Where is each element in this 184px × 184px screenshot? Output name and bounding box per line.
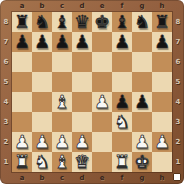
square-c2[interactable]: ♟: [52, 132, 72, 152]
rank-label-right-5: 5: [172, 72, 184, 92]
square-f3[interactable]: ♞: [112, 112, 132, 132]
square-h8[interactable]: ♜: [152, 12, 172, 32]
square-a7[interactable]: ♟: [12, 32, 32, 52]
square-f4[interactable]: ♟: [112, 92, 132, 112]
piece-black-pawn-a7[interactable]: ♟: [14, 32, 30, 52]
square-f8[interactable]: ♝: [112, 12, 132, 32]
rank-label-left-7: 7: [0, 32, 12, 52]
square-b4[interactable]: [32, 92, 52, 112]
square-a8[interactable]: ♜: [12, 12, 32, 32]
square-f1[interactable]: ♜: [112, 152, 132, 172]
rank-label-right-1: 1: [172, 152, 184, 172]
square-b7[interactable]: ♟: [32, 32, 52, 52]
piece-black-pawn-g4[interactable]: ♟: [134, 92, 150, 112]
square-b8[interactable]: ♞: [32, 12, 52, 32]
piece-white-pawn-g2[interactable]: ♟: [134, 132, 150, 152]
square-e4[interactable]: ♟: [92, 92, 112, 112]
piece-white-pawn-c2[interactable]: ♟: [54, 132, 70, 152]
piece-black-rook-h8[interactable]: ♜: [154, 12, 170, 32]
square-e3[interactable]: [92, 112, 112, 132]
piece-white-bishop-c4[interactable]: ♝: [54, 92, 70, 112]
rank-label-right-6: 6: [172, 52, 184, 72]
square-e5[interactable]: [92, 72, 112, 92]
square-h3[interactable]: [152, 112, 172, 132]
square-c3[interactable]: [52, 112, 72, 132]
square-e1[interactable]: [92, 152, 112, 172]
square-h4[interactable]: [152, 92, 172, 112]
square-a5[interactable]: [12, 72, 32, 92]
piece-white-pawn-h2[interactable]: ♟: [154, 132, 170, 152]
piece-black-bishop-c8[interactable]: ♝: [54, 12, 70, 32]
file-label-bottom-d: d: [72, 172, 92, 184]
piece-white-bishop-c1[interactable]: ♝: [54, 152, 70, 172]
square-c7[interactable]: ♟: [52, 32, 72, 52]
file-label-bottom-h: h: [152, 172, 172, 184]
rank-label-left-3: 3: [0, 112, 12, 132]
chess-board: abcdefgh 87654321 87654321 abcdefgh ♜♞♝♛…: [0, 0, 184, 184]
square-f7[interactable]: ♟: [112, 32, 132, 52]
piece-white-pawn-d2[interactable]: ♟: [74, 132, 90, 152]
square-b3[interactable]: [32, 112, 52, 132]
square-e8[interactable]: ♚: [92, 12, 112, 32]
rank-label-right-4: 4: [172, 92, 184, 112]
file-label-bottom-b: b: [32, 172, 52, 184]
piece-black-king-e8[interactable]: ♚: [94, 12, 110, 32]
square-f6[interactable]: [112, 52, 132, 72]
square-d7[interactable]: ♟: [72, 32, 92, 52]
side-to-move-indicator: [173, 173, 181, 181]
square-d6[interactable]: [72, 52, 92, 72]
rank-label-left-2: 2: [0, 132, 12, 152]
file-label-bottom-a: a: [12, 172, 32, 184]
square-g4[interactable]: ♟: [132, 92, 152, 112]
square-e2[interactable]: [92, 132, 112, 152]
file-labels-bottom: abcdefgh: [12, 172, 172, 184]
square-d5[interactable]: [72, 72, 92, 92]
square-c4[interactable]: ♝: [52, 92, 72, 112]
square-f5[interactable]: [112, 72, 132, 92]
square-c5[interactable]: [52, 72, 72, 92]
square-a6[interactable]: [12, 52, 32, 72]
piece-black-knight-g8[interactable]: ♞: [134, 12, 150, 32]
rank-label-right-3: 3: [172, 112, 184, 132]
piece-black-pawn-f4[interactable]: ♟: [114, 92, 130, 112]
square-f2[interactable]: [112, 132, 132, 152]
square-h5[interactable]: [152, 72, 172, 92]
rank-label-left-1: 1: [0, 152, 12, 172]
square-a3[interactable]: [12, 112, 32, 132]
square-c1[interactable]: ♝: [52, 152, 72, 172]
file-label-bottom-c: c: [52, 172, 72, 184]
rank-label-left-4: 4: [0, 92, 12, 112]
square-a1[interactable]: ♜: [12, 152, 32, 172]
piece-black-pawn-d7[interactable]: ♟: [74, 32, 90, 52]
square-b6[interactable]: [32, 52, 52, 72]
square-a2[interactable]: ♟: [12, 132, 32, 152]
rank-label-left-8: 8: [0, 12, 12, 32]
piece-black-pawn-f7[interactable]: ♟: [114, 32, 130, 52]
rank-label-right-2: 2: [172, 132, 184, 152]
piece-white-pawn-a2[interactable]: ♟: [14, 132, 30, 152]
square-g5[interactable]: [132, 72, 152, 92]
rank-labels-right: 87654321: [172, 12, 184, 172]
square-d4[interactable]: [72, 92, 92, 112]
piece-white-queen-d1[interactable]: ♛: [74, 152, 90, 172]
piece-black-pawn-b7[interactable]: ♟: [34, 32, 50, 52]
square-d1[interactable]: ♛: [72, 152, 92, 172]
square-a4[interactable]: [12, 92, 32, 112]
square-b2[interactable]: ♟: [32, 132, 52, 152]
square-c8[interactable]: ♝: [52, 12, 72, 32]
rank-labels-left: 87654321: [0, 12, 12, 172]
piece-black-queen-d8[interactable]: ♛: [74, 12, 90, 32]
square-d3[interactable]: [72, 112, 92, 132]
square-e6[interactable]: [92, 52, 112, 72]
piece-white-rook-f1[interactable]: ♜: [114, 152, 130, 172]
piece-white-knight-f3[interactable]: ♞: [114, 112, 130, 132]
piece-black-bishop-f8[interactable]: ♝: [114, 12, 130, 32]
square-b5[interactable]: [32, 72, 52, 92]
square-h6[interactable]: [152, 52, 172, 72]
piece-black-knight-b8[interactable]: ♞: [34, 12, 50, 32]
square-b1[interactable]: ♞: [32, 152, 52, 172]
rank-label-left-6: 6: [0, 52, 12, 72]
square-e7[interactable]: [92, 32, 112, 52]
piece-black-pawn-c7[interactable]: ♟: [54, 32, 70, 52]
file-label-bottom-e: e: [92, 172, 112, 184]
square-c6[interactable]: [52, 52, 72, 72]
rank-label-left-5: 5: [0, 72, 12, 92]
square-h7[interactable]: ♟: [152, 32, 172, 52]
board-squares: ♜♞♝♛♚♝♞♜♟♟♟♟♟♟♝♟♟♟♞♟♟♟♟♟♟♜♞♝♛♜♚: [12, 12, 172, 172]
square-g7[interactable]: [132, 32, 152, 52]
piece-white-king-g1[interactable]: ♚: [134, 152, 150, 172]
rank-label-right-7: 7: [172, 32, 184, 52]
square-d8[interactable]: ♛: [72, 12, 92, 32]
square-g6[interactable]: [132, 52, 152, 72]
square-h2[interactable]: ♟: [152, 132, 172, 152]
piece-black-rook-a8[interactable]: ♜: [14, 12, 30, 32]
piece-white-rook-a1[interactable]: ♜: [14, 152, 30, 172]
square-g8[interactable]: ♞: [132, 12, 152, 32]
piece-white-pawn-e4[interactable]: ♟: [94, 92, 110, 112]
square-d2[interactable]: ♟: [72, 132, 92, 152]
file-label-bottom-g: g: [132, 172, 152, 184]
rank-label-right-8: 8: [172, 12, 184, 32]
file-label-bottom-f: f: [112, 172, 132, 184]
square-h1[interactable]: [152, 152, 172, 172]
square-g3[interactable]: [132, 112, 152, 132]
square-g1[interactable]: ♚: [132, 152, 152, 172]
piece-black-pawn-h7[interactable]: ♟: [154, 32, 170, 52]
piece-white-knight-b1[interactable]: ♞: [34, 152, 50, 172]
square-g2[interactable]: ♟: [132, 132, 152, 152]
piece-white-pawn-b2[interactable]: ♟: [34, 132, 50, 152]
